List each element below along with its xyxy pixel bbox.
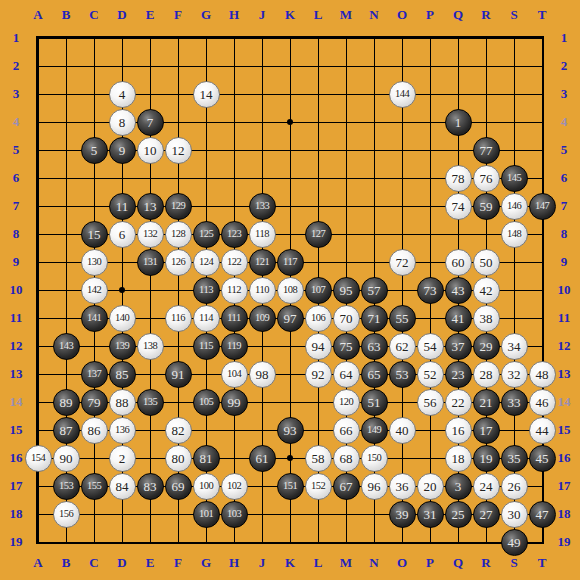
black-stone-11: 11 [109, 193, 136, 220]
right-coord-label-13: 13 [558, 366, 571, 382]
move-number: 136 [115, 425, 129, 436]
black-stone-125: 125 [193, 221, 220, 248]
right-coord-label-3: 3 [561, 86, 568, 102]
move-number: 6 [119, 228, 126, 241]
black-stone-107: 107 [305, 277, 332, 304]
move-number: 8 [119, 116, 126, 129]
top-coord-label-K: K [285, 7, 295, 23]
left-coord-label-12: 12 [10, 338, 23, 354]
move-number: 55 [396, 312, 409, 325]
right-coord-label-10: 10 [558, 282, 571, 298]
move-number: 143 [59, 341, 73, 352]
move-number: 4 [119, 88, 126, 101]
white-stone-156: 156 [53, 501, 80, 528]
black-stone-9: 9 [109, 137, 136, 164]
move-number: 119 [227, 341, 241, 352]
left-coord-label-6: 6 [13, 170, 20, 186]
move-number: 31 [424, 508, 437, 521]
left-coord-label-18: 18 [10, 506, 23, 522]
black-stone-73: 73 [417, 277, 444, 304]
move-number: 97 [284, 312, 297, 325]
left-coord-label-17: 17 [10, 478, 23, 494]
black-stone-119: 119 [221, 333, 248, 360]
right-coord-label-17: 17 [558, 478, 571, 494]
move-number: 36 [396, 480, 409, 493]
bottom-coord-label-E: E [146, 555, 155, 571]
move-number: 71 [368, 312, 381, 325]
black-stone-127: 127 [305, 221, 332, 248]
bottom-coord-label-L: L [314, 555, 323, 571]
left-coord-label-13: 13 [10, 366, 23, 382]
black-stone-55: 55 [389, 305, 416, 332]
move-number: 1 [455, 116, 462, 129]
top-coord-label-D: D [117, 7, 126, 23]
top-coord-label-Q: Q [453, 7, 463, 23]
move-number: 115 [199, 341, 213, 352]
white-stone-130: 130 [81, 249, 108, 276]
move-number: 83 [144, 480, 157, 493]
white-stone-62: 62 [389, 333, 416, 360]
move-number: 150 [367, 453, 381, 464]
white-stone-72: 72 [389, 249, 416, 276]
black-stone-83: 83 [137, 473, 164, 500]
white-stone-94: 94 [305, 333, 332, 360]
move-number: 75 [340, 340, 353, 353]
black-stone-39: 39 [389, 501, 416, 528]
white-stone-104: 104 [221, 361, 248, 388]
move-number: 154 [31, 453, 45, 464]
bottom-coord-label-O: O [397, 555, 407, 571]
move-number: 45 [536, 452, 549, 465]
bottom-coord-label-M: M [340, 555, 352, 571]
move-number: 53 [396, 368, 409, 381]
white-stone-98: 98 [249, 361, 276, 388]
bottom-coord-label-N: N [369, 555, 378, 571]
move-number: 41 [452, 312, 465, 325]
left-coord-label-3: 3 [13, 86, 20, 102]
right-coord-label-6: 6 [561, 170, 568, 186]
white-stone-46: 46 [529, 389, 556, 416]
black-stone-65: 65 [361, 361, 388, 388]
black-stone-133: 133 [249, 193, 276, 220]
black-stone-71: 71 [361, 305, 388, 332]
move-number: 112 [227, 285, 241, 296]
move-number: 68 [340, 452, 353, 465]
move-number: 151 [283, 481, 297, 492]
move-number: 58 [312, 452, 325, 465]
move-number: 113 [199, 285, 213, 296]
star-point-k4 [287, 119, 293, 125]
move-number: 88 [116, 396, 129, 409]
black-stone-75: 75 [333, 333, 360, 360]
black-stone-31: 31 [417, 501, 444, 528]
move-number: 101 [199, 509, 213, 520]
move-number: 132 [143, 229, 157, 240]
go-board-stones-layer: 1234567891011121314151617181920212223242… [24, 24, 556, 556]
move-number: 72 [396, 256, 409, 269]
move-number: 52 [424, 368, 437, 381]
move-number: 81 [200, 452, 213, 465]
go-game-record-diagram: 1234567891011121314151617181920212223242… [0, 0, 580, 580]
white-stone-102: 102 [221, 473, 248, 500]
bottom-coord-label-H: H [229, 555, 239, 571]
move-number: 148 [507, 229, 521, 240]
right-coord-label-7: 7 [561, 198, 568, 214]
black-stone-139: 139 [109, 333, 136, 360]
black-stone-29: 29 [473, 333, 500, 360]
black-stone-47: 47 [529, 501, 556, 528]
move-number: 40 [396, 424, 409, 437]
white-stone-138: 138 [137, 333, 164, 360]
white-stone-144: 144 [389, 81, 416, 108]
move-number: 59 [480, 200, 493, 213]
move-number: 15 [88, 228, 101, 241]
black-stone-93: 93 [277, 417, 304, 444]
move-number: 86 [88, 424, 101, 437]
move-number: 80 [172, 452, 185, 465]
black-stone-153: 153 [53, 473, 80, 500]
move-number: 73 [424, 284, 437, 297]
move-number: 46 [536, 396, 549, 409]
move-number: 108 [283, 285, 297, 296]
white-stone-58: 58 [305, 445, 332, 472]
move-number: 125 [199, 229, 213, 240]
move-number: 66 [340, 424, 353, 437]
move-number: 114 [199, 313, 213, 324]
move-number: 91 [172, 368, 185, 381]
white-stone-112: 112 [221, 277, 248, 304]
white-stone-38: 38 [473, 305, 500, 332]
move-number: 49 [508, 536, 521, 549]
bottom-coord-label-F: F [174, 555, 182, 571]
black-stone-53: 53 [389, 361, 416, 388]
black-stone-81: 81 [193, 445, 220, 472]
move-number: 19 [480, 452, 493, 465]
move-number: 61 [256, 452, 269, 465]
white-stone-106: 106 [305, 305, 332, 332]
black-stone-123: 123 [221, 221, 248, 248]
black-stone-57: 57 [361, 277, 388, 304]
move-number: 110 [255, 285, 269, 296]
white-stone-68: 68 [333, 445, 360, 472]
bottom-coord-label-B: B [62, 555, 71, 571]
white-stone-2: 2 [109, 445, 136, 472]
right-coord-label-12: 12 [558, 338, 571, 354]
move-number: 5 [91, 144, 98, 157]
black-stone-101: 101 [193, 501, 220, 528]
move-number: 155 [87, 481, 101, 492]
move-number: 64 [340, 368, 353, 381]
white-stone-80: 80 [165, 445, 192, 472]
move-number: 56 [424, 396, 437, 409]
bottom-coord-label-C: C [89, 555, 98, 571]
move-number: 130 [87, 257, 101, 268]
white-stone-108: 108 [277, 277, 304, 304]
white-stone-152: 152 [305, 473, 332, 500]
black-stone-33: 33 [501, 389, 528, 416]
move-number: 17 [480, 424, 493, 437]
move-number: 111 [227, 313, 240, 324]
move-number: 133 [255, 201, 269, 212]
move-number: 117 [283, 257, 297, 268]
move-number: 67 [340, 480, 353, 493]
move-number: 144 [395, 89, 409, 100]
white-stone-118: 118 [249, 221, 276, 248]
black-stone-113: 113 [193, 277, 220, 304]
move-number: 63 [368, 340, 381, 353]
right-coord-label-4: 4 [561, 114, 568, 130]
move-number: 156 [59, 509, 73, 520]
white-stone-78: 78 [445, 165, 472, 192]
black-stone-137: 137 [81, 361, 108, 388]
white-stone-82: 82 [165, 417, 192, 444]
top-coord-label-C: C [89, 7, 98, 23]
black-stone-111: 111 [221, 305, 248, 332]
black-stone-89: 89 [53, 389, 80, 416]
move-number: 103 [227, 509, 241, 520]
white-stone-52: 52 [417, 361, 444, 388]
black-stone-151: 151 [277, 473, 304, 500]
move-number: 152 [311, 481, 325, 492]
move-number: 129 [171, 201, 185, 212]
white-stone-116: 116 [165, 305, 192, 332]
white-stone-34: 34 [501, 333, 528, 360]
black-stone-99: 99 [221, 389, 248, 416]
black-stone-67: 67 [333, 473, 360, 500]
move-number: 87 [60, 424, 73, 437]
move-number: 98 [256, 368, 269, 381]
white-stone-76: 76 [473, 165, 500, 192]
black-stone-141: 141 [81, 305, 108, 332]
white-stone-140: 140 [109, 305, 136, 332]
black-stone-7: 7 [137, 109, 164, 136]
top-coord-label-S: S [510, 7, 517, 23]
move-number: 27 [480, 508, 493, 521]
move-number: 120 [339, 397, 353, 408]
move-number: 96 [368, 480, 381, 493]
move-number: 37 [452, 340, 465, 353]
bottom-coord-label-P: P [426, 555, 434, 571]
white-stone-12: 12 [165, 137, 192, 164]
move-number: 99 [228, 396, 241, 409]
white-stone-36: 36 [389, 473, 416, 500]
black-stone-109: 109 [249, 305, 276, 332]
black-stone-143: 143 [53, 333, 80, 360]
black-stone-129: 129 [165, 193, 192, 220]
move-number: 79 [88, 396, 101, 409]
left-coord-label-10: 10 [10, 282, 23, 298]
move-number: 121 [255, 257, 269, 268]
right-coord-label-11: 11 [558, 310, 570, 326]
move-number: 76 [480, 172, 493, 185]
top-coord-label-T: T [538, 7, 547, 23]
move-number: 65 [368, 368, 381, 381]
white-stone-74: 74 [445, 193, 472, 220]
black-stone-117: 117 [277, 249, 304, 276]
black-stone-145: 145 [501, 165, 528, 192]
top-coord-label-H: H [229, 7, 239, 23]
white-stone-42: 42 [473, 277, 500, 304]
black-stone-115: 115 [193, 333, 220, 360]
move-number: 25 [452, 508, 465, 521]
white-stone-14: 14 [193, 81, 220, 108]
white-stone-64: 64 [333, 361, 360, 388]
move-number: 78 [452, 172, 465, 185]
white-stone-20: 20 [417, 473, 444, 500]
white-stone-54: 54 [417, 333, 444, 360]
white-stone-142: 142 [81, 277, 108, 304]
move-number: 60 [452, 256, 465, 269]
white-stone-122: 122 [221, 249, 248, 276]
top-coord-label-O: O [397, 7, 407, 23]
right-coord-label-2: 2 [561, 58, 568, 74]
top-coord-label-N: N [369, 7, 378, 23]
move-number: 47 [536, 508, 549, 521]
move-number: 128 [171, 229, 185, 240]
white-stone-66: 66 [333, 417, 360, 444]
move-number: 50 [480, 256, 493, 269]
move-number: 18 [452, 452, 465, 465]
black-stone-147: 147 [529, 193, 556, 220]
move-number: 13 [144, 200, 157, 213]
left-coord-label-4: 4 [13, 114, 20, 130]
move-number: 16 [452, 424, 465, 437]
black-stone-17: 17 [473, 417, 500, 444]
move-number: 146 [507, 201, 521, 212]
move-number: 51 [368, 396, 381, 409]
move-number: 116 [171, 313, 185, 324]
black-stone-15: 15 [81, 221, 108, 248]
right-coord-label-14: 14 [558, 394, 571, 410]
white-stone-100: 100 [193, 473, 220, 500]
move-number: 28 [480, 368, 493, 381]
move-number: 147 [535, 201, 549, 212]
move-number: 30 [508, 508, 521, 521]
bottom-coord-label-R: R [481, 555, 490, 571]
white-stone-26: 26 [501, 473, 528, 500]
move-number: 126 [171, 257, 185, 268]
move-number: 85 [116, 368, 129, 381]
right-coord-label-9: 9 [561, 254, 568, 270]
move-number: 142 [87, 285, 101, 296]
black-stone-61: 61 [249, 445, 276, 472]
left-coord-label-16: 16 [10, 450, 23, 466]
black-stone-69: 69 [165, 473, 192, 500]
left-coord-label-9: 9 [13, 254, 20, 270]
top-coord-label-R: R [481, 7, 490, 23]
white-stone-124: 124 [193, 249, 220, 276]
white-stone-40: 40 [389, 417, 416, 444]
right-coord-label-15: 15 [558, 422, 571, 438]
white-stone-8: 8 [109, 109, 136, 136]
white-stone-22: 22 [445, 389, 472, 416]
move-number: 12 [172, 144, 185, 157]
move-number: 44 [536, 424, 549, 437]
move-number: 54 [424, 340, 437, 353]
move-number: 3 [455, 480, 462, 493]
white-stone-30: 30 [501, 501, 528, 528]
star-point-d10 [119, 287, 125, 293]
move-number: 77 [480, 144, 493, 157]
move-number: 24 [480, 480, 493, 493]
white-stone-148: 148 [501, 221, 528, 248]
move-number: 9 [119, 144, 126, 157]
move-number: 39 [396, 508, 409, 521]
bottom-coord-label-D: D [117, 555, 126, 571]
move-number: 93 [284, 424, 297, 437]
white-stone-90: 90 [53, 445, 80, 472]
move-number: 48 [536, 368, 549, 381]
black-stone-27: 27 [473, 501, 500, 528]
move-number: 124 [199, 257, 213, 268]
white-stone-110: 110 [249, 277, 276, 304]
white-stone-10: 10 [137, 137, 164, 164]
white-stone-96: 96 [361, 473, 388, 500]
star-point-k16 [287, 455, 293, 461]
black-stone-59: 59 [473, 193, 500, 220]
black-stone-77: 77 [473, 137, 500, 164]
white-stone-86: 86 [81, 417, 108, 444]
move-number: 131 [143, 257, 157, 268]
move-number: 109 [255, 313, 269, 324]
white-stone-44: 44 [529, 417, 556, 444]
left-coord-label-5: 5 [13, 142, 20, 158]
white-stone-84: 84 [109, 473, 136, 500]
black-stone-85: 85 [109, 361, 136, 388]
black-stone-49: 49 [501, 529, 528, 556]
move-number: 11 [116, 200, 129, 213]
black-stone-135: 135 [137, 389, 164, 416]
white-stone-92: 92 [305, 361, 332, 388]
move-number: 42 [480, 284, 493, 297]
white-stone-6: 6 [109, 221, 136, 248]
bottom-coord-label-G: G [201, 555, 211, 571]
move-number: 106 [311, 313, 325, 324]
move-number: 102 [227, 481, 241, 492]
left-coord-label-14: 14 [10, 394, 23, 410]
move-number: 82 [172, 424, 185, 437]
top-coord-label-G: G [201, 7, 211, 23]
move-number: 90 [60, 452, 73, 465]
right-coord-label-8: 8 [561, 226, 568, 242]
move-number: 57 [368, 284, 381, 297]
white-stone-154: 154 [25, 445, 52, 472]
left-coord-label-1: 1 [13, 30, 20, 46]
white-stone-120: 120 [333, 389, 360, 416]
black-stone-63: 63 [361, 333, 388, 360]
move-number: 32 [508, 368, 521, 381]
white-stone-128: 128 [165, 221, 192, 248]
white-stone-60: 60 [445, 249, 472, 276]
white-stone-32: 32 [501, 361, 528, 388]
move-number: 70 [340, 312, 353, 325]
white-stone-24: 24 [473, 473, 500, 500]
move-number: 10 [144, 144, 157, 157]
top-coord-label-E: E [146, 7, 155, 23]
top-coord-label-M: M [340, 7, 352, 23]
black-stone-87: 87 [53, 417, 80, 444]
bottom-coord-label-T: T [538, 555, 547, 571]
move-number: 89 [60, 396, 73, 409]
move-number: 104 [227, 369, 241, 380]
white-stone-4: 4 [109, 81, 136, 108]
black-stone-41: 41 [445, 305, 472, 332]
black-stone-155: 155 [81, 473, 108, 500]
black-stone-97: 97 [277, 305, 304, 332]
move-number: 95 [340, 284, 353, 297]
black-stone-1: 1 [445, 109, 472, 136]
left-coord-label-11: 11 [10, 310, 22, 326]
